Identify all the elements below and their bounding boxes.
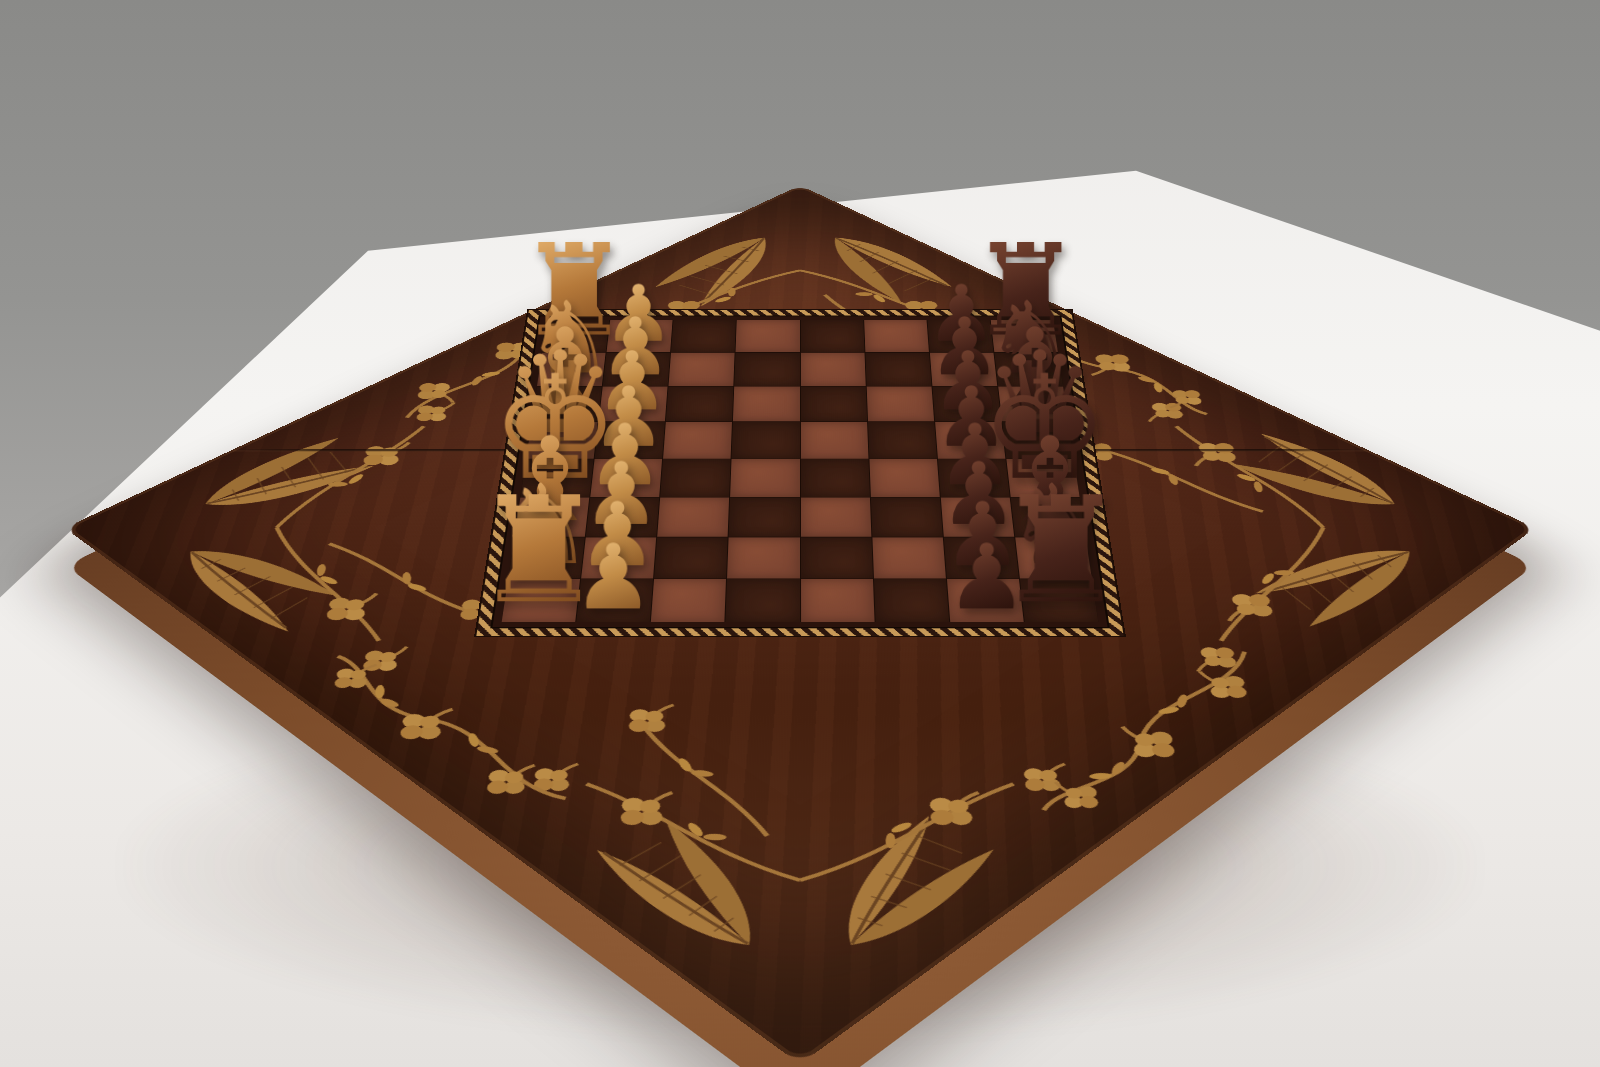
square-e5[interactable] bbox=[800, 459, 869, 497]
square-g5[interactable] bbox=[801, 537, 873, 578]
board-grid: ♜♟♟♜♞♟♟♞♝♟♟♝♛♟♟♛♚♟♟♚♝♟♟♝♞♟♟♞♜♟♟♜ bbox=[502, 320, 1099, 622]
black-pawn[interactable]: ♟ bbox=[946, 536, 1027, 619]
square-g3[interactable] bbox=[654, 537, 728, 578]
square-c5[interactable] bbox=[800, 387, 866, 422]
square-c6[interactable] bbox=[866, 387, 934, 422]
square-f6[interactable] bbox=[871, 497, 943, 536]
playing-field: ♜♟♟♜♞♟♟♞♝♟♟♝♛♟♟♛♚♟♟♚♝♟♟♝♞♟♟♞♜♟♟♜ bbox=[476, 310, 1123, 636]
square-b6[interactable] bbox=[865, 353, 931, 387]
square-b4[interactable] bbox=[735, 353, 800, 387]
square-h8[interactable]: ♜ bbox=[1020, 579, 1099, 622]
square-h1[interactable]: ♜ bbox=[502, 579, 581, 622]
square-d3[interactable] bbox=[663, 422, 732, 458]
square-f3[interactable] bbox=[657, 497, 729, 536]
square-a6[interactable] bbox=[864, 320, 929, 352]
square-e6[interactable] bbox=[869, 459, 939, 497]
square-e4[interactable] bbox=[730, 459, 799, 497]
square-h3[interactable] bbox=[651, 579, 726, 622]
square-d6[interactable] bbox=[868, 422, 937, 458]
scene-3d: ♜♟♟♜♞♟♟♞♝♟♟♝♛♟♟♛♚♟♟♚♝♟♟♝♞♟♟♞♜♟♟♜ bbox=[0, 0, 1600, 1067]
square-f4[interactable] bbox=[729, 497, 800, 536]
square-f5[interactable] bbox=[800, 497, 871, 536]
chess-board: ♜♟♟♜♞♟♟♞♝♟♟♝♛♟♟♛♚♟♟♚♝♟♟♝♞♟♟♞♜♟♟♜ bbox=[65, 185, 1536, 1064]
square-h7[interactable]: ♟ bbox=[947, 579, 1024, 622]
white-pawn[interactable]: ♟ bbox=[573, 536, 654, 619]
square-b5[interactable] bbox=[800, 353, 865, 387]
square-c3[interactable] bbox=[666, 387, 734, 422]
square-a3[interactable] bbox=[671, 320, 736, 352]
square-h4[interactable] bbox=[726, 579, 800, 622]
square-a5[interactable] bbox=[800, 320, 864, 352]
square-g4[interactable] bbox=[727, 537, 799, 578]
square-h2[interactable]: ♟ bbox=[576, 579, 653, 622]
square-b3[interactable] bbox=[669, 353, 735, 387]
square-g6[interactable] bbox=[872, 537, 946, 578]
square-e3[interactable] bbox=[660, 459, 730, 497]
square-h5[interactable] bbox=[801, 579, 875, 622]
square-d5[interactable] bbox=[800, 422, 868, 458]
square-d4[interactable] bbox=[732, 422, 800, 458]
square-a4[interactable] bbox=[736, 320, 800, 352]
square-h6[interactable] bbox=[874, 579, 949, 622]
square-c4[interactable] bbox=[733, 387, 799, 422]
